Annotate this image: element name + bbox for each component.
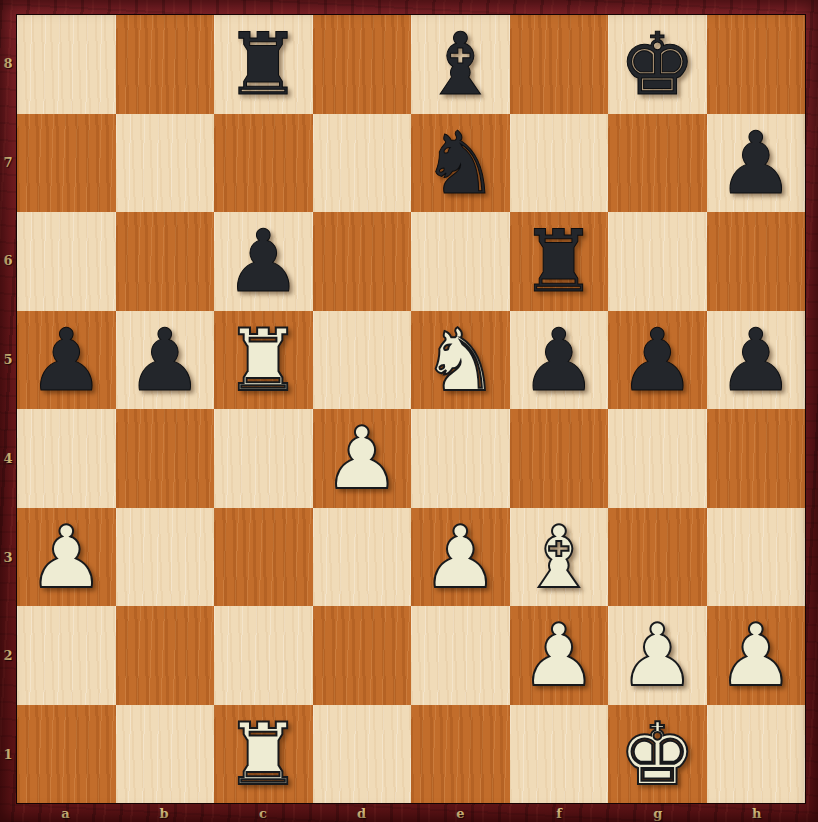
file-label-f: f: [510, 804, 609, 822]
square-h6[interactable]: [707, 212, 806, 311]
square-g8[interactable]: ♚: [608, 15, 707, 114]
square-e2[interactable]: [411, 606, 510, 705]
piece-black-pawn[interactable]: ♟: [28, 317, 105, 403]
square-g2[interactable]: ♟: [608, 606, 707, 705]
square-b7[interactable]: [116, 114, 215, 213]
piece-white-pawn[interactable]: ♟: [717, 612, 794, 698]
square-b6[interactable]: [116, 212, 215, 311]
square-c3[interactable]: [214, 508, 313, 607]
file-label-d: d: [312, 804, 411, 822]
square-b2[interactable]: [116, 606, 215, 705]
rank-label-3: 3: [0, 508, 16, 607]
square-h7[interactable]: ♟: [707, 114, 806, 213]
square-b3[interactable]: [116, 508, 215, 607]
piece-white-rook[interactable]: ♜: [225, 711, 302, 797]
piece-white-knight[interactable]: ♞: [422, 317, 499, 403]
file-label-a: a: [16, 804, 115, 822]
rank-label-5: 5: [0, 310, 16, 409]
piece-white-king[interactable]: ♚: [619, 711, 696, 797]
square-a6[interactable]: [17, 212, 116, 311]
square-b8[interactable]: [116, 15, 215, 114]
square-h2[interactable]: ♟: [707, 606, 806, 705]
square-e5[interactable]: ♞: [411, 311, 510, 410]
square-c7[interactable]: [214, 114, 313, 213]
square-c5[interactable]: ♜: [214, 311, 313, 410]
square-b4[interactable]: [116, 409, 215, 508]
rank-label-7: 7: [0, 113, 16, 212]
square-h8[interactable]: [707, 15, 806, 114]
rank-labels: 87654321: [0, 14, 16, 804]
square-e1[interactable]: [411, 705, 510, 804]
square-d8[interactable]: [313, 15, 412, 114]
square-f3[interactable]: ♝: [510, 508, 609, 607]
piece-black-bishop[interactable]: ♝: [422, 21, 499, 107]
square-f1[interactable]: [510, 705, 609, 804]
square-g4[interactable]: [608, 409, 707, 508]
square-c4[interactable]: [214, 409, 313, 508]
square-a5[interactable]: ♟: [17, 311, 116, 410]
square-c2[interactable]: [214, 606, 313, 705]
file-label-g: g: [609, 804, 708, 822]
square-d5[interactable]: [313, 311, 412, 410]
file-label-b: b: [115, 804, 214, 822]
square-g3[interactable]: [608, 508, 707, 607]
piece-black-pawn[interactable]: ♟: [717, 120, 794, 206]
piece-white-pawn[interactable]: ♟: [28, 514, 105, 600]
file-label-h: h: [707, 804, 806, 822]
square-d7[interactable]: [313, 114, 412, 213]
square-h5[interactable]: ♟: [707, 311, 806, 410]
square-a7[interactable]: [17, 114, 116, 213]
square-d6[interactable]: [313, 212, 412, 311]
square-h3[interactable]: [707, 508, 806, 607]
square-d2[interactable]: [313, 606, 412, 705]
square-a4[interactable]: [17, 409, 116, 508]
square-f7[interactable]: [510, 114, 609, 213]
square-e3[interactable]: ♟: [411, 508, 510, 607]
rank-label-1: 1: [0, 705, 16, 804]
piece-white-pawn[interactable]: ♟: [520, 612, 597, 698]
piece-black-pawn[interactable]: ♟: [717, 317, 794, 403]
piece-black-knight[interactable]: ♞: [422, 120, 499, 206]
square-a8[interactable]: [17, 15, 116, 114]
square-h4[interactable]: [707, 409, 806, 508]
square-e4[interactable]: [411, 409, 510, 508]
piece-white-pawn[interactable]: ♟: [619, 612, 696, 698]
piece-black-pawn[interactable]: ♟: [619, 317, 696, 403]
square-c1[interactable]: ♜: [214, 705, 313, 804]
square-f4[interactable]: [510, 409, 609, 508]
square-a1[interactable]: [17, 705, 116, 804]
square-d1[interactable]: [313, 705, 412, 804]
piece-black-rook[interactable]: ♜: [225, 21, 302, 107]
piece-white-pawn[interactable]: ♟: [422, 514, 499, 600]
square-d3[interactable]: [313, 508, 412, 607]
rank-label-8: 8: [0, 14, 16, 113]
file-label-c: c: [214, 804, 313, 822]
rank-label-4: 4: [0, 409, 16, 508]
file-labels: abcdefgh: [16, 804, 806, 822]
square-f5[interactable]: ♟: [510, 311, 609, 410]
square-f8[interactable]: [510, 15, 609, 114]
piece-black-pawn[interactable]: ♟: [520, 317, 597, 403]
piece-black-pawn[interactable]: ♟: [225, 218, 302, 304]
square-e8[interactable]: ♝: [411, 15, 510, 114]
piece-black-pawn[interactable]: ♟: [126, 317, 203, 403]
square-c8[interactable]: ♜: [214, 15, 313, 114]
file-label-e: e: [411, 804, 510, 822]
square-b1[interactable]: [116, 705, 215, 804]
rank-label-2: 2: [0, 607, 16, 706]
piece-white-bishop[interactable]: ♝: [520, 514, 597, 600]
square-a2[interactable]: [17, 606, 116, 705]
square-g1[interactable]: ♚: [608, 705, 707, 804]
square-f2[interactable]: ♟: [510, 606, 609, 705]
square-h1[interactable]: [707, 705, 806, 804]
square-g6[interactable]: [608, 212, 707, 311]
rank-label-6: 6: [0, 212, 16, 311]
square-f6[interactable]: ♜: [510, 212, 609, 311]
chess-board[interactable]: ♜♝♚♞♟♟♜♟♟♜♞♟♟♟♟♟♟♝♟♟♟♜♚: [16, 14, 806, 804]
piece-black-king[interactable]: ♚: [619, 21, 696, 107]
square-e6[interactable]: [411, 212, 510, 311]
square-g7[interactable]: [608, 114, 707, 213]
square-b5[interactable]: ♟: [116, 311, 215, 410]
square-a3[interactable]: ♟: [17, 508, 116, 607]
square-e7[interactable]: ♞: [411, 114, 510, 213]
piece-white-rook[interactable]: ♜: [225, 317, 302, 403]
square-c6[interactable]: ♟: [214, 212, 313, 311]
piece-white-pawn[interactable]: ♟: [323, 415, 400, 501]
piece-black-rook[interactable]: ♜: [520, 218, 597, 304]
square-g5[interactable]: ♟: [608, 311, 707, 410]
square-d4[interactable]: ♟: [313, 409, 412, 508]
